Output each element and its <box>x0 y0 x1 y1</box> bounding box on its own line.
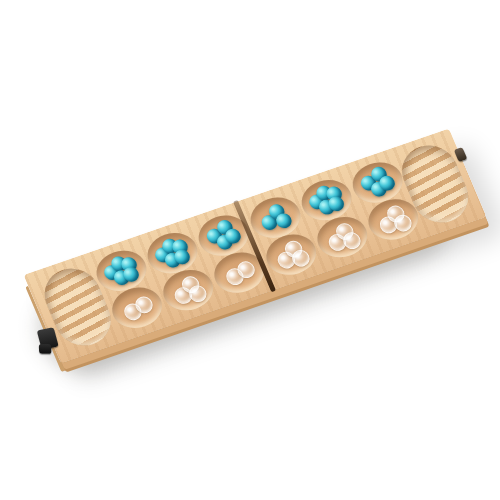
clasp-hook-left-icon <box>39 344 52 354</box>
pit-group-left <box>23 202 234 275</box>
mancala-product-photo <box>0 0 500 500</box>
